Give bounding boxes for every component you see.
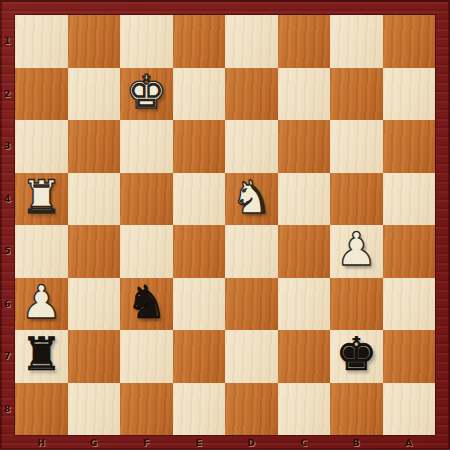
square-d7[interactable]: [225, 330, 278, 383]
square-a8[interactable]: [383, 383, 436, 436]
square-f8[interactable]: [120, 383, 173, 436]
square-d6[interactable]: [225, 278, 278, 331]
square-d1[interactable]: [225, 15, 278, 68]
rank-label-6: 6: [0, 278, 15, 331]
square-g5[interactable]: [68, 225, 121, 278]
white-knight-piece[interactable]: ♞: [231, 174, 272, 220]
square-e4[interactable]: [173, 173, 226, 226]
square-b7[interactable]: ♚: [330, 330, 383, 383]
square-c4[interactable]: [278, 173, 331, 226]
file-label-c: C: [278, 435, 331, 450]
white-rook-piece[interactable]: ♜: [21, 174, 62, 220]
square-c6[interactable]: [278, 278, 331, 331]
rank-label-3: 3: [0, 120, 15, 173]
file-label-d: D: [225, 435, 278, 450]
square-a2[interactable]: [383, 68, 436, 121]
square-a1[interactable]: [383, 15, 436, 68]
square-f1[interactable]: [120, 15, 173, 68]
square-f5[interactable]: [120, 225, 173, 278]
square-c5[interactable]: [278, 225, 331, 278]
square-e3[interactable]: [173, 120, 226, 173]
square-c1[interactable]: [278, 15, 331, 68]
chess-board: ♚♜♞♟♟♞♜♚: [15, 15, 435, 435]
square-d4[interactable]: ♞: [225, 173, 278, 226]
rank-label-4: 4: [0, 173, 15, 226]
square-e7[interactable]: [173, 330, 226, 383]
square-e1[interactable]: [173, 15, 226, 68]
square-c2[interactable]: [278, 68, 331, 121]
square-f7[interactable]: [120, 330, 173, 383]
rank-label-5: 5: [0, 225, 15, 278]
square-b5[interactable]: ♟: [330, 225, 383, 278]
square-g2[interactable]: [68, 68, 121, 121]
square-f2[interactable]: ♚: [120, 68, 173, 121]
square-c3[interactable]: [278, 120, 331, 173]
square-c8[interactable]: [278, 383, 331, 436]
square-e8[interactable]: [173, 383, 226, 436]
square-e2[interactable]: [173, 68, 226, 121]
file-label-g: G: [68, 435, 121, 450]
square-g3[interactable]: [68, 120, 121, 173]
rank-label-7: 7: [0, 330, 15, 383]
black-king-piece[interactable]: ♚: [336, 331, 377, 377]
chess-board-diagram: 12345678 HGFEDCBA ♚♜♞♟♟♞♜♚: [0, 0, 450, 450]
square-a4[interactable]: [383, 173, 436, 226]
file-label-e: E: [173, 435, 226, 450]
square-e5[interactable]: [173, 225, 226, 278]
square-c7[interactable]: [278, 330, 331, 383]
square-g7[interactable]: [68, 330, 121, 383]
white-pawn-piece[interactable]: ♟: [336, 226, 377, 272]
rank-labels: 12345678: [0, 15, 15, 435]
square-a6[interactable]: [383, 278, 436, 331]
square-h7[interactable]: ♜: [15, 330, 68, 383]
square-g6[interactable]: [68, 278, 121, 331]
file-label-a: A: [383, 435, 436, 450]
square-g1[interactable]: [68, 15, 121, 68]
square-h6[interactable]: ♟: [15, 278, 68, 331]
black-knight-piece[interactable]: ♞: [126, 279, 167, 325]
square-b2[interactable]: [330, 68, 383, 121]
file-labels: HGFEDCBA: [15, 435, 435, 450]
square-h1[interactable]: [15, 15, 68, 68]
rank-label-1: 1: [0, 15, 15, 68]
file-label-f: F: [120, 435, 173, 450]
square-d3[interactable]: [225, 120, 278, 173]
white-king-piece[interactable]: ♚: [126, 69, 167, 115]
square-d8[interactable]: [225, 383, 278, 436]
square-a3[interactable]: [383, 120, 436, 173]
square-b3[interactable]: [330, 120, 383, 173]
file-label-h: H: [15, 435, 68, 450]
square-h3[interactable]: [15, 120, 68, 173]
square-f3[interactable]: [120, 120, 173, 173]
square-g8[interactable]: [68, 383, 121, 436]
square-h8[interactable]: [15, 383, 68, 436]
file-label-b: B: [330, 435, 383, 450]
square-b8[interactable]: [330, 383, 383, 436]
square-f4[interactable]: [120, 173, 173, 226]
black-rook-piece[interactable]: ♜: [21, 331, 62, 377]
square-f6[interactable]: ♞: [120, 278, 173, 331]
square-e6[interactable]: [173, 278, 226, 331]
square-b1[interactable]: [330, 15, 383, 68]
square-a7[interactable]: [383, 330, 436, 383]
square-a5[interactable]: [383, 225, 436, 278]
square-h5[interactable]: [15, 225, 68, 278]
square-h4[interactable]: ♜: [15, 173, 68, 226]
white-pawn-piece[interactable]: ♟: [21, 279, 62, 325]
square-g4[interactable]: [68, 173, 121, 226]
square-d5[interactable]: [225, 225, 278, 278]
rank-label-8: 8: [0, 383, 15, 436]
square-h2[interactable]: [15, 68, 68, 121]
square-d2[interactable]: [225, 68, 278, 121]
square-b6[interactable]: [330, 278, 383, 331]
square-b4[interactable]: [330, 173, 383, 226]
rank-label-2: 2: [0, 68, 15, 121]
